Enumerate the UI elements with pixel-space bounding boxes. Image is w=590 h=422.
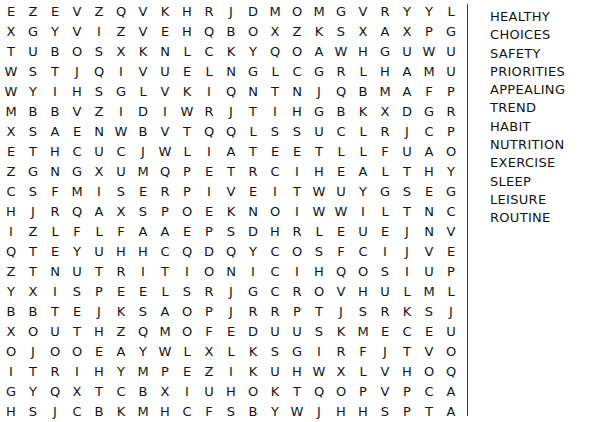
grid-cell-r13c2[interactable]: T — [22, 241, 44, 261]
grid-cell-r4c10[interactable]: L — [198, 61, 220, 81]
grid-cell-r4c21[interactable]: U — [440, 61, 462, 81]
grid-cell-r20c20[interactable]: C — [418, 381, 440, 401]
grid-cell-r9c10[interactable]: E — [198, 161, 220, 181]
grid-cell-r16c8[interactable]: A — [154, 301, 176, 321]
grid-cell-r16c1[interactable]: B — [0, 301, 22, 321]
grid-cell-r7c5[interactable]: N — [88, 121, 110, 141]
grid-cell-r10c17[interactable]: Y — [352, 181, 374, 201]
grid-cell-r14c3[interactable]: N — [44, 261, 66, 281]
grid-cell-r17c20[interactable]: E — [418, 321, 440, 341]
grid-cell-r3c9[interactable]: L — [176, 41, 198, 61]
grid-cell-r13c14[interactable]: O — [286, 241, 308, 261]
grid-cell-r2c7[interactable]: V — [132, 21, 154, 41]
grid-cell-r5c11[interactable]: Q — [220, 81, 242, 101]
grid-cell-r2c12[interactable]: O — [242, 21, 264, 41]
grid-cell-r14c10[interactable]: O — [198, 261, 220, 281]
grid-cell-r5c2[interactable]: Y — [22, 81, 44, 101]
grid-cell-r21c17[interactable]: H — [352, 401, 374, 421]
grid-cell-r3c21[interactable]: U — [440, 41, 462, 61]
grid-cell-r10c14[interactable]: T — [286, 181, 308, 201]
grid-cell-r1c20[interactable]: Y — [418, 1, 440, 21]
grid-cell-r18c11[interactable]: L — [220, 341, 242, 361]
grid-cell-r20c7[interactable]: B — [132, 381, 154, 401]
grid-cell-r13c3[interactable]: E — [44, 241, 66, 261]
grid-cell-r20c19[interactable]: P — [396, 381, 418, 401]
grid-cell-r20c1[interactable]: G — [0, 381, 22, 401]
grid-cell-r5c8[interactable]: V — [154, 81, 176, 101]
grid-cell-r13c20[interactable]: V — [418, 241, 440, 261]
grid-cell-r5c1[interactable]: W — [0, 81, 22, 101]
grid-cell-r10c21[interactable]: G — [440, 181, 462, 201]
grid-cell-r9c13[interactable]: C — [264, 161, 286, 181]
grid-cell-r2c4[interactable]: V — [66, 21, 88, 41]
grid-cell-r9c5[interactable]: X — [88, 161, 110, 181]
grid-cell-r6c13[interactable]: I — [264, 101, 286, 121]
grid-cell-r18c20[interactable]: V — [418, 341, 440, 361]
grid-cell-r9c19[interactable]: T — [396, 161, 418, 181]
grid-cell-r16c19[interactable]: K — [396, 301, 418, 321]
grid-cell-r21c5[interactable]: B — [88, 401, 110, 421]
grid-cell-r12c17[interactable]: U — [352, 221, 374, 241]
grid-cell-r20c9[interactable]: I — [176, 381, 198, 401]
grid-cell-r13c17[interactable]: C — [352, 241, 374, 261]
grid-cell-r18c14[interactable]: G — [286, 341, 308, 361]
grid-cell-r12c1[interactable]: I — [0, 221, 22, 241]
grid-cell-r10c1[interactable]: C — [0, 181, 22, 201]
grid-cell-r11c5[interactable]: A — [88, 201, 110, 221]
grid-cell-r11c13[interactable]: O — [264, 201, 286, 221]
grid-cell-r15c1[interactable]: Y — [0, 281, 22, 301]
grid-cell-r9c15[interactable]: H — [308, 161, 330, 181]
grid-cell-r7c20[interactable]: C — [418, 121, 440, 141]
grid-cell-r7c10[interactable]: Q — [198, 121, 220, 141]
grid-cell-r11c14[interactable]: I — [286, 201, 308, 221]
grid-cell-r4c2[interactable]: S — [22, 61, 44, 81]
grid-cell-r6c10[interactable]: R — [198, 101, 220, 121]
grid-cell-r20c4[interactable]: X — [66, 381, 88, 401]
grid-cell-r8c15[interactable]: T — [308, 141, 330, 161]
grid-cell-r5c5[interactable]: S — [88, 81, 110, 101]
grid-cell-r17c12[interactable]: D — [242, 321, 264, 341]
grid-cell-r5c16[interactable]: Q — [330, 81, 352, 101]
grid-cell-r5c13[interactable]: T — [264, 81, 286, 101]
grid-cell-r18c3[interactable]: O — [44, 341, 66, 361]
grid-cell-r16c17[interactable]: S — [352, 301, 374, 321]
grid-cell-r8c13[interactable]: E — [264, 141, 286, 161]
grid-cell-r8c14[interactable]: E — [286, 141, 308, 161]
grid-cell-r10c6[interactable]: S — [110, 181, 132, 201]
grid-cell-r8c2[interactable]: T — [22, 141, 44, 161]
grid-cell-r10c12[interactable]: E — [242, 181, 264, 201]
grid-cell-r7c11[interactable]: Q — [220, 121, 242, 141]
grid-cell-r12c13[interactable]: H — [264, 221, 286, 241]
grid-cell-r16c16[interactable]: J — [330, 301, 352, 321]
grid-cell-r6c4[interactable]: V — [66, 101, 88, 121]
grid-cell-r1c15[interactable]: M — [308, 1, 330, 21]
grid-cell-r18c16[interactable]: R — [330, 341, 352, 361]
grid-cell-r4c17[interactable]: L — [352, 61, 374, 81]
grid-cell-r16c10[interactable]: P — [198, 301, 220, 321]
grid-cell-r11c19[interactable]: T — [396, 201, 418, 221]
grid-cell-r18c5[interactable]: E — [88, 341, 110, 361]
grid-cell-r6c21[interactable]: R — [440, 101, 462, 121]
grid-cell-r3c20[interactable]: W — [418, 41, 440, 61]
grid-cell-r6c19[interactable]: D — [396, 101, 418, 121]
grid-cell-r11c7[interactable]: S — [132, 201, 154, 221]
grid-cell-r9c7[interactable]: M — [132, 161, 154, 181]
grid-cell-r19c9[interactable]: E — [176, 361, 198, 381]
grid-cell-r1c12[interactable]: D — [242, 1, 264, 21]
grid-cell-r13c12[interactable]: Y — [242, 241, 264, 261]
grid-cell-r12c20[interactable]: N — [418, 221, 440, 241]
grid-cell-r3c3[interactable]: B — [44, 41, 66, 61]
grid-cell-r5c21[interactable]: P — [440, 81, 462, 101]
grid-cell-r8c6[interactable]: C — [110, 141, 132, 161]
grid-cell-r1c9[interactable]: H — [176, 1, 198, 21]
grid-cell-r7c13[interactable]: S — [264, 121, 286, 141]
grid-cell-r17c1[interactable]: X — [0, 321, 22, 341]
grid-cell-r4c4[interactable]: J — [66, 61, 88, 81]
grid-cell-r11c3[interactable]: R — [44, 201, 66, 221]
grid-cell-r20c11[interactable]: H — [220, 381, 242, 401]
grid-cell-r14c14[interactable]: I — [286, 261, 308, 281]
grid-cell-r9c11[interactable]: T — [220, 161, 242, 181]
grid-cell-r18c13[interactable]: S — [264, 341, 286, 361]
grid-cell-r11c8[interactable]: P — [154, 201, 176, 221]
grid-cell-r2c16[interactable]: S — [330, 21, 352, 41]
grid-cell-r13c7[interactable]: H — [132, 241, 154, 261]
grid-cell-r15c18[interactable]: U — [374, 281, 396, 301]
grid-cell-r20c3[interactable]: Q — [44, 381, 66, 401]
grid-cell-r4c1[interactable]: W — [0, 61, 22, 81]
grid-cell-r7c16[interactable]: C — [330, 121, 352, 141]
grid-cell-r17c8[interactable]: M — [154, 321, 176, 341]
grid-cell-r8c1[interactable]: E — [0, 141, 22, 161]
grid-cell-r15c5[interactable]: P — [88, 281, 110, 301]
grid-cell-r17c21[interactable]: U — [440, 321, 462, 341]
grid-cell-r13c9[interactable]: Q — [176, 241, 198, 261]
grid-cell-r13c8[interactable]: C — [154, 241, 176, 261]
grid-cell-r5c6[interactable]: G — [110, 81, 132, 101]
grid-cell-r7c17[interactable]: L — [352, 121, 374, 141]
grid-cell-r19c10[interactable]: Z — [198, 361, 220, 381]
grid-cell-r14c18[interactable]: S — [374, 261, 396, 281]
grid-cell-r4c11[interactable]: N — [220, 61, 242, 81]
grid-cell-r3c19[interactable]: U — [396, 41, 418, 61]
grid-cell-r12c4[interactable]: F — [66, 221, 88, 241]
grid-cell-r1c1[interactable]: E — [0, 1, 22, 21]
grid-cell-r13c21[interactable]: E — [440, 241, 462, 261]
grid-cell-r17c9[interactable]: O — [176, 321, 198, 341]
grid-cell-r3c18[interactable]: G — [374, 41, 396, 61]
grid-cell-r3c13[interactable]: Q — [264, 41, 286, 61]
grid-cell-r6c17[interactable]: K — [352, 101, 374, 121]
grid-cell-r19c1[interactable]: I — [0, 361, 22, 381]
grid-cell-r1c5[interactable]: Z — [88, 1, 110, 21]
grid-cell-r19c4[interactable]: I — [66, 361, 88, 381]
grid-cell-r17c11[interactable]: E — [220, 321, 242, 341]
grid-cell-r14c5[interactable]: T — [88, 261, 110, 281]
grid-cell-r6c20[interactable]: G — [418, 101, 440, 121]
grid-cell-r9c6[interactable]: U — [110, 161, 132, 181]
grid-cell-r10c3[interactable]: F — [44, 181, 66, 201]
grid-cell-r21c19[interactable]: P — [396, 401, 418, 421]
grid-cell-r9c17[interactable]: A — [352, 161, 374, 181]
grid-cell-r4c12[interactable]: G — [242, 61, 264, 81]
grid-cell-r20c16[interactable]: O — [330, 381, 352, 401]
grid-cell-r3c2[interactable]: U — [22, 41, 44, 61]
grid-cell-r12c8[interactable]: A — [154, 221, 176, 241]
grid-cell-r5c15[interactable]: J — [308, 81, 330, 101]
grid-cell-r11c18[interactable]: L — [374, 201, 396, 221]
grid-cell-r14c21[interactable]: P — [440, 261, 462, 281]
grid-cell-r14c9[interactable]: I — [176, 261, 198, 281]
grid-cell-r4c18[interactable]: H — [374, 61, 396, 81]
grid-cell-r17c15[interactable]: S — [308, 321, 330, 341]
grid-cell-r11c9[interactable]: O — [176, 201, 198, 221]
grid-cell-r17c16[interactable]: K — [330, 321, 352, 341]
grid-cell-r9c4[interactable]: G — [66, 161, 88, 181]
grid-cell-r10c7[interactable]: E — [132, 181, 154, 201]
grid-cell-r4c14[interactable]: C — [286, 61, 308, 81]
grid-cell-r17c14[interactable]: U — [286, 321, 308, 341]
grid-cell-r19c13[interactable]: U — [264, 361, 286, 381]
grid-cell-r7c9[interactable]: T — [176, 121, 198, 141]
grid-cell-r2c20[interactable]: P — [418, 21, 440, 41]
grid-cell-r2c14[interactable]: Z — [286, 21, 308, 41]
grid-cell-r14c12[interactable]: I — [242, 261, 264, 281]
grid-cell-r15c6[interactable]: E — [110, 281, 132, 301]
grid-cell-r11c15[interactable]: W — [308, 201, 330, 221]
grid-cell-r5c17[interactable]: B — [352, 81, 374, 101]
grid-cell-r7c4[interactable]: E — [66, 121, 88, 141]
grid-cell-r1c6[interactable]: Q — [110, 1, 132, 21]
grid-cell-r8c10[interactable]: I — [198, 141, 220, 161]
grid-cell-r6c16[interactable]: B — [330, 101, 352, 121]
grid-cell-r21c1[interactable]: H — [0, 401, 22, 421]
grid-cell-r1c2[interactable]: Z — [22, 1, 44, 21]
grid-cell-r8c9[interactable]: L — [176, 141, 198, 161]
grid-cell-r3c15[interactable]: A — [308, 41, 330, 61]
grid-cell-r16c2[interactable]: B — [22, 301, 44, 321]
grid-cell-r10c9[interactable]: P — [176, 181, 198, 201]
grid-cell-r13c18[interactable]: I — [374, 241, 396, 261]
grid-cell-r18c1[interactable]: O — [0, 341, 22, 361]
grid-cell-r16c6[interactable]: K — [110, 301, 132, 321]
grid-cell-r4c20[interactable]: M — [418, 61, 440, 81]
grid-cell-r8c12[interactable]: T — [242, 141, 264, 161]
grid-cell-r18c21[interactable]: O — [440, 341, 462, 361]
grid-cell-r2c3[interactable]: Y — [44, 21, 66, 41]
grid-cell-r1c17[interactable]: V — [352, 1, 374, 21]
grid-cell-r15c9[interactable]: S — [176, 281, 198, 301]
grid-cell-r15c13[interactable]: C — [264, 281, 286, 301]
grid-cell-r20c10[interactable]: U — [198, 381, 220, 401]
grid-cell-r18c15[interactable]: I — [308, 341, 330, 361]
grid-cell-r6c18[interactable]: X — [374, 101, 396, 121]
grid-cell-r12c11[interactable]: S — [220, 221, 242, 241]
grid-cell-r12c14[interactable]: R — [286, 221, 308, 241]
grid-cell-r11c2[interactable]: J — [22, 201, 44, 221]
grid-cell-r3c4[interactable]: O — [66, 41, 88, 61]
grid-cell-r20c8[interactable]: X — [154, 381, 176, 401]
grid-cell-r12c6[interactable]: F — [110, 221, 132, 241]
grid-cell-r21c13[interactable]: Y — [264, 401, 286, 421]
grid-cell-r5c7[interactable]: L — [132, 81, 154, 101]
grid-cell-r19c11[interactable]: I — [220, 361, 242, 381]
grid-cell-r15c20[interactable]: M — [418, 281, 440, 301]
grid-cell-r17c4[interactable]: T — [66, 321, 88, 341]
grid-cell-r10c16[interactable]: U — [330, 181, 352, 201]
grid-cell-r8c21[interactable]: O — [440, 141, 462, 161]
grid-cell-r5c3[interactable]: I — [44, 81, 66, 101]
grid-cell-r7c14[interactable]: S — [286, 121, 308, 141]
grid-cell-r3c6[interactable]: X — [110, 41, 132, 61]
grid-cell-r12c16[interactable]: E — [330, 221, 352, 241]
grid-cell-r8c17[interactable]: L — [352, 141, 374, 161]
grid-cell-r17c17[interactable]: M — [352, 321, 374, 341]
grid-cell-r2c18[interactable]: A — [374, 21, 396, 41]
grid-cell-r2c13[interactable]: X — [264, 21, 286, 41]
grid-cell-r16c20[interactable]: S — [418, 301, 440, 321]
grid-cell-r13c1[interactable]: Q — [0, 241, 22, 261]
grid-cell-r16c14[interactable]: P — [286, 301, 308, 321]
grid-cell-r18c2[interactable]: J — [22, 341, 44, 361]
grid-cell-r4c7[interactable]: V — [132, 61, 154, 81]
grid-cell-r17c13[interactable]: U — [264, 321, 286, 341]
grid-cell-r19c2[interactable]: T — [22, 361, 44, 381]
grid-cell-r17c18[interactable]: E — [374, 321, 396, 341]
grid-cell-r6c6[interactable]: I — [110, 101, 132, 121]
grid-cell-r6c8[interactable]: I — [154, 101, 176, 121]
grid-cell-r8c3[interactable]: H — [44, 141, 66, 161]
grid-cell-r8c19[interactable]: U — [396, 141, 418, 161]
grid-cell-r15c19[interactable]: L — [396, 281, 418, 301]
grid-cell-r1c3[interactable]: E — [44, 1, 66, 21]
grid-cell-r6c5[interactable]: Z — [88, 101, 110, 121]
grid-cell-r5c9[interactable]: K — [176, 81, 198, 101]
grid-cell-r3c8[interactable]: N — [154, 41, 176, 61]
grid-cell-r12c5[interactable]: L — [88, 221, 110, 241]
grid-cell-r12c2[interactable]: Z — [22, 221, 44, 241]
grid-cell-r11c20[interactable]: N — [418, 201, 440, 221]
grid-cell-r8c8[interactable]: W — [154, 141, 176, 161]
grid-cell-r9c14[interactable]: I — [286, 161, 308, 181]
grid-cell-r1c7[interactable]: V — [132, 1, 154, 21]
grid-cell-r21c18[interactable]: S — [374, 401, 396, 421]
grid-cell-r6c3[interactable]: B — [44, 101, 66, 121]
grid-cell-r7c6[interactable]: W — [110, 121, 132, 141]
grid-cell-r11c1[interactable]: H — [0, 201, 22, 221]
grid-cell-r19c7[interactable]: M — [132, 361, 154, 381]
grid-cell-r16c18[interactable]: R — [374, 301, 396, 321]
grid-cell-r19c8[interactable]: P — [154, 361, 176, 381]
grid-cell-r14c11[interactable]: N — [220, 261, 242, 281]
grid-cell-r1c14[interactable]: O — [286, 1, 308, 21]
grid-cell-r16c7[interactable]: S — [132, 301, 154, 321]
grid-cell-r16c3[interactable]: T — [44, 301, 66, 321]
grid-cell-r20c5[interactable]: T — [88, 381, 110, 401]
grid-cell-r9c8[interactable]: Q — [154, 161, 176, 181]
grid-cell-r6c2[interactable]: B — [22, 101, 44, 121]
grid-cell-r7c21[interactable]: P — [440, 121, 462, 141]
grid-cell-r9c21[interactable]: Y — [440, 161, 462, 181]
grid-cell-r19c16[interactable]: X — [330, 361, 352, 381]
grid-cell-r12c9[interactable]: E — [176, 221, 198, 241]
grid-cell-r7c19[interactable]: J — [396, 121, 418, 141]
grid-cell-r11c21[interactable]: C — [440, 201, 462, 221]
grid-cell-r11c10[interactable]: E — [198, 201, 220, 221]
grid-cell-r6c7[interactable]: D — [132, 101, 154, 121]
grid-cell-r5c4[interactable]: H — [66, 81, 88, 101]
grid-cell-r11c12[interactable]: N — [242, 201, 264, 221]
grid-cell-r9c16[interactable]: E — [330, 161, 352, 181]
grid-cell-r21c8[interactable]: H — [154, 401, 176, 421]
grid-cell-r19c17[interactable]: L — [352, 361, 374, 381]
grid-cell-r9c2[interactable]: G — [22, 161, 44, 181]
grid-cell-r14c8[interactable]: T — [154, 261, 176, 281]
grid-cell-r15c8[interactable]: L — [154, 281, 176, 301]
grid-cell-r1c11[interactable]: J — [220, 1, 242, 21]
grid-cell-r21c10[interactable]: F — [198, 401, 220, 421]
grid-cell-r19c3[interactable]: R — [44, 361, 66, 381]
grid-cell-r16c15[interactable]: T — [308, 301, 330, 321]
grid-cell-r3c1[interactable]: T — [0, 41, 22, 61]
grid-cell-r3c5[interactable]: S — [88, 41, 110, 61]
grid-cell-r15c21[interactable]: L — [440, 281, 462, 301]
grid-cell-r3c12[interactable]: Y — [242, 41, 264, 61]
grid-cell-r2c6[interactable]: Z — [110, 21, 132, 41]
grid-cell-r1c4[interactable]: V — [66, 1, 88, 21]
grid-cell-r21c21[interactable]: A — [440, 401, 462, 421]
grid-cell-r11c11[interactable]: K — [220, 201, 242, 221]
grid-cell-r15c10[interactable]: R — [198, 281, 220, 301]
grid-cell-r7c8[interactable]: V — [154, 121, 176, 141]
grid-cell-r18c6[interactable]: A — [110, 341, 132, 361]
grid-cell-r16c13[interactable]: R — [264, 301, 286, 321]
grid-cell-r21c2[interactable]: S — [22, 401, 44, 421]
grid-cell-r15c4[interactable]: S — [66, 281, 88, 301]
grid-cell-r5c20[interactable]: F — [418, 81, 440, 101]
grid-cell-r10c20[interactable]: E — [418, 181, 440, 201]
grid-cell-r1c19[interactable]: Y — [396, 1, 418, 21]
grid-cell-r6c11[interactable]: J — [220, 101, 242, 121]
grid-cell-r6c12[interactable]: T — [242, 101, 264, 121]
grid-cell-r7c1[interactable]: X — [0, 121, 22, 141]
grid-cell-r2c11[interactable]: B — [220, 21, 242, 41]
grid-cell-r11c17[interactable]: I — [352, 201, 374, 221]
grid-cell-r5c12[interactable]: N — [242, 81, 264, 101]
grid-cell-r10c11[interactable]: V — [220, 181, 242, 201]
grid-cell-r16c21[interactable]: J — [440, 301, 462, 321]
grid-cell-r18c12[interactable]: K — [242, 341, 264, 361]
grid-cell-r12c12[interactable]: D — [242, 221, 264, 241]
grid-cell-r15c17[interactable]: H — [352, 281, 374, 301]
grid-cell-r2c19[interactable]: X — [396, 21, 418, 41]
grid-cell-r10c10[interactable]: I — [198, 181, 220, 201]
grid-cell-r18c8[interactable]: W — [154, 341, 176, 361]
grid-cell-r7c15[interactable]: U — [308, 121, 330, 141]
grid-cell-r19c15[interactable]: W — [308, 361, 330, 381]
grid-cell-r2c17[interactable]: X — [352, 21, 374, 41]
grid-cell-r8c20[interactable]: A — [418, 141, 440, 161]
grid-cell-r19c5[interactable]: H — [88, 361, 110, 381]
grid-cell-r10c2[interactable]: S — [22, 181, 44, 201]
grid-cell-r5c19[interactable]: A — [396, 81, 418, 101]
grid-cell-r12c10[interactable]: P — [198, 221, 220, 241]
grid-cell-r8c18[interactable]: F — [374, 141, 396, 161]
grid-cell-r9c20[interactable]: H — [418, 161, 440, 181]
